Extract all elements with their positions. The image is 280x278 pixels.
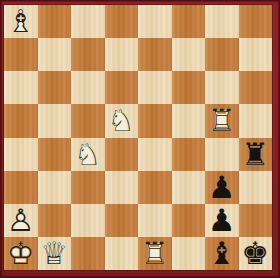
chess-diagram: ♝♗♞♘♜♖♞♘♜♟♟♙♟♚♔♛♕♜♖♝♚ [0, 0, 280, 278]
square-a6[interactable] [4, 71, 38, 104]
square-b4[interactable] [38, 138, 72, 171]
square-d3[interactable] [105, 171, 139, 204]
black-king[interactable]: ♚ [241, 238, 269, 269]
square-g5[interactable]: ♜♖ [205, 104, 239, 137]
square-d1[interactable] [105, 237, 139, 270]
square-f2[interactable] [172, 204, 206, 237]
square-f1[interactable] [172, 237, 206, 270]
square-g8[interactable] [205, 5, 239, 38]
square-d2[interactable] [105, 204, 139, 237]
square-e8[interactable] [138, 5, 172, 38]
square-b8[interactable] [38, 5, 72, 38]
square-h7[interactable] [239, 38, 273, 71]
square-c5[interactable] [71, 104, 105, 137]
square-f4[interactable] [172, 138, 206, 171]
square-h2[interactable] [239, 204, 273, 237]
square-g2[interactable]: ♟ [205, 204, 239, 237]
square-g7[interactable] [205, 38, 239, 71]
square-c8[interactable] [71, 5, 105, 38]
black-pawn[interactable]: ♟ [208, 172, 236, 203]
square-g3[interactable]: ♟ [205, 171, 239, 204]
square-a5[interactable] [4, 104, 38, 137]
white-rook[interactable]: ♜♖ [208, 105, 236, 136]
square-c4[interactable]: ♞♘ [71, 138, 105, 171]
square-d7[interactable] [105, 38, 139, 71]
square-b2[interactable] [38, 204, 72, 237]
square-c1[interactable] [71, 237, 105, 270]
square-e5[interactable] [138, 104, 172, 137]
square-a8[interactable]: ♝♗ [4, 5, 38, 38]
square-a3[interactable] [4, 171, 38, 204]
square-b7[interactable] [38, 38, 72, 71]
square-e7[interactable] [138, 38, 172, 71]
white-knight[interactable]: ♞♘ [74, 139, 102, 170]
square-e2[interactable] [138, 204, 172, 237]
square-b6[interactable] [38, 71, 72, 104]
square-c2[interactable] [71, 204, 105, 237]
white-king[interactable]: ♚♔ [7, 238, 35, 269]
square-a1[interactable]: ♚♔ [4, 237, 38, 270]
square-h5[interactable] [239, 104, 273, 137]
square-f8[interactable] [172, 5, 206, 38]
square-f3[interactable] [172, 171, 206, 204]
square-h6[interactable] [239, 71, 273, 104]
square-c6[interactable] [71, 71, 105, 104]
square-h3[interactable] [239, 171, 273, 204]
square-g4[interactable] [205, 138, 239, 171]
square-c3[interactable] [71, 171, 105, 204]
square-e1[interactable]: ♜♖ [138, 237, 172, 270]
square-g6[interactable] [205, 71, 239, 104]
square-h8[interactable] [239, 5, 273, 38]
square-d4[interactable] [105, 138, 139, 171]
white-pawn[interactable]: ♟♙ [7, 205, 35, 236]
square-e4[interactable] [138, 138, 172, 171]
white-rook[interactable]: ♜♖ [141, 238, 169, 269]
square-f6[interactable] [172, 71, 206, 104]
square-f7[interactable] [172, 38, 206, 71]
chess-board: ♝♗♞♘♜♖♞♘♜♟♟♙♟♚♔♛♕♜♖♝♚ [4, 5, 272, 270]
square-a2[interactable]: ♟♙ [4, 204, 38, 237]
square-e3[interactable] [138, 171, 172, 204]
square-a4[interactable] [4, 138, 38, 171]
black-rook[interactable]: ♜ [241, 139, 269, 170]
white-queen[interactable]: ♛♕ [40, 238, 68, 269]
square-d5[interactable]: ♞♘ [105, 104, 139, 137]
square-b3[interactable] [38, 171, 72, 204]
square-b1[interactable]: ♛♕ [38, 237, 72, 270]
square-b5[interactable] [38, 104, 72, 137]
square-a7[interactable] [4, 38, 38, 71]
square-h1[interactable]: ♚ [239, 237, 273, 270]
square-g1[interactable]: ♝ [205, 237, 239, 270]
square-d8[interactable] [105, 5, 139, 38]
white-knight[interactable]: ♞♘ [107, 105, 135, 136]
square-c7[interactable] [71, 38, 105, 71]
white-bishop[interactable]: ♝♗ [7, 6, 35, 37]
square-d6[interactable] [105, 71, 139, 104]
black-pawn[interactable]: ♟ [208, 205, 236, 236]
square-f5[interactable] [172, 104, 206, 137]
square-e6[interactable] [138, 71, 172, 104]
square-h4[interactable]: ♜ [239, 138, 273, 171]
board-frame: ♝♗♞♘♜♖♞♘♜♟♟♙♟♚♔♛♕♜♖♝♚ [0, 0, 280, 278]
black-bishop[interactable]: ♝ [208, 238, 236, 269]
